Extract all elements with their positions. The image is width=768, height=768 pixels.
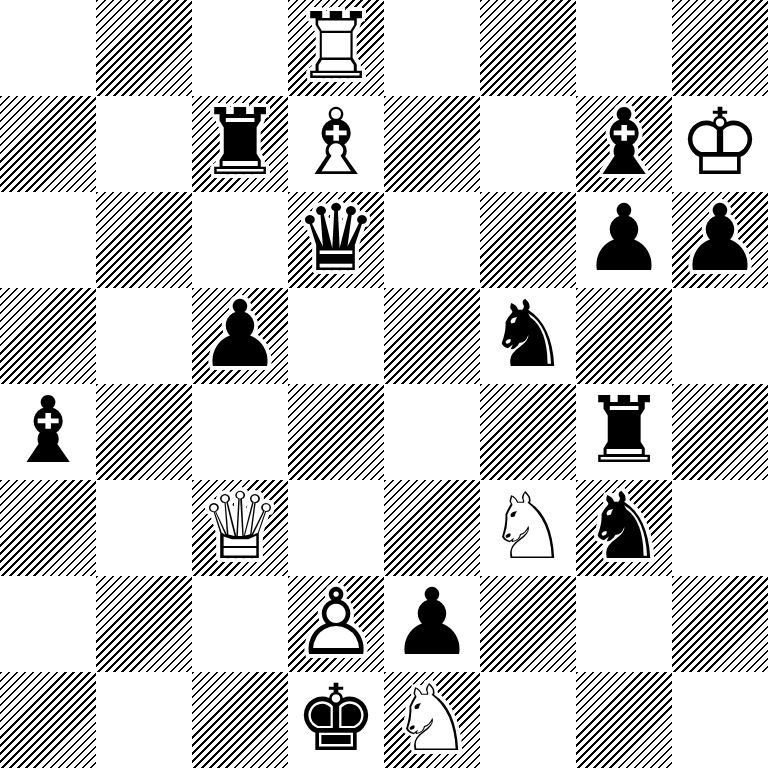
square-a4[interactable]: ♝ (0, 384, 96, 480)
square-e1[interactable]: ♞♘ (384, 672, 480, 768)
square-f4[interactable] (480, 384, 576, 480)
square-b5[interactable] (96, 288, 192, 384)
white-queen-piece[interactable]: ♛♕ (192, 480, 288, 576)
square-d8[interactable]: ♜♖ (288, 0, 384, 96)
chess-board: ♜♖♜♝♗♝♚♔♛♟♟♟♞♝♜♛♕♞♘♞♟♙♟♚♞♘ (0, 0, 768, 768)
square-f8[interactable] (480, 0, 576, 96)
square-h1[interactable] (672, 672, 768, 768)
square-a2[interactable] (0, 576, 96, 672)
black-pawn-piece[interactable]: ♟ (576, 192, 672, 288)
square-c1[interactable] (192, 672, 288, 768)
black-pawn-piece[interactable]: ♟ (192, 288, 288, 384)
piece-outline-glyph: ♙ (288, 576, 384, 672)
square-c3[interactable]: ♛♕ (192, 480, 288, 576)
white-bishop-piece[interactable]: ♝♗ (288, 96, 384, 192)
black-pawn-piece[interactable]: ♟ (672, 192, 768, 288)
white-king-piece[interactable]: ♚♔ (672, 96, 768, 192)
piece-filled-glyph: ♛ (288, 192, 384, 288)
square-g5[interactable] (576, 288, 672, 384)
square-c4[interactable] (192, 384, 288, 480)
square-e8[interactable] (384, 0, 480, 96)
square-f7[interactable] (480, 96, 576, 192)
square-a8[interactable] (0, 0, 96, 96)
square-h8[interactable] (672, 0, 768, 96)
square-c6[interactable] (192, 192, 288, 288)
square-b8[interactable] (96, 0, 192, 96)
square-h7[interactable]: ♚♔ (672, 96, 768, 192)
square-e5[interactable] (384, 288, 480, 384)
square-d7[interactable]: ♝♗ (288, 96, 384, 192)
square-a7[interactable] (0, 96, 96, 192)
square-d4[interactable] (288, 384, 384, 480)
white-knight-piece[interactable]: ♞♘ (384, 672, 480, 768)
square-b6[interactable] (96, 192, 192, 288)
piece-filled-glyph: ♝ (0, 384, 96, 480)
square-f2[interactable] (480, 576, 576, 672)
square-c8[interactable] (192, 0, 288, 96)
square-g4[interactable]: ♜ (576, 384, 672, 480)
piece-outline-glyph: ♕ (192, 480, 288, 576)
black-king-piece[interactable]: ♚ (288, 672, 384, 768)
square-e6[interactable] (384, 192, 480, 288)
square-g3[interactable]: ♞ (576, 480, 672, 576)
black-knight-piece[interactable]: ♞ (480, 288, 576, 384)
black-pawn-piece[interactable]: ♟ (384, 576, 480, 672)
square-h6[interactable]: ♟ (672, 192, 768, 288)
piece-outline-glyph: ♘ (384, 672, 480, 768)
square-b3[interactable] (96, 480, 192, 576)
square-h4[interactable] (672, 384, 768, 480)
piece-filled-glyph: ♟ (384, 576, 480, 672)
square-b1[interactable] (96, 672, 192, 768)
square-h3[interactable] (672, 480, 768, 576)
square-e7[interactable] (384, 96, 480, 192)
square-c5[interactable]: ♟ (192, 288, 288, 384)
white-pawn-piece[interactable]: ♟♙ (288, 576, 384, 672)
piece-filled-glyph: ♟ (672, 192, 768, 288)
square-d1[interactable]: ♚ (288, 672, 384, 768)
piece-filled-glyph: ♟ (192, 288, 288, 384)
piece-filled-glyph: ♟ (576, 192, 672, 288)
black-queen-piece[interactable]: ♛ (288, 192, 384, 288)
square-b7[interactable] (96, 96, 192, 192)
white-rook-piece[interactable]: ♜♖ (288, 0, 384, 96)
square-g7[interactable]: ♝ (576, 96, 672, 192)
square-f1[interactable] (480, 672, 576, 768)
white-knight-piece[interactable]: ♞♘ (480, 480, 576, 576)
piece-filled-glyph: ♜ (192, 96, 288, 192)
piece-outline-glyph: ♗ (288, 96, 384, 192)
square-e4[interactable] (384, 384, 480, 480)
black-bishop-piece[interactable]: ♝ (0, 384, 96, 480)
black-bishop-piece[interactable]: ♝ (576, 96, 672, 192)
square-h5[interactable] (672, 288, 768, 384)
square-c2[interactable] (192, 576, 288, 672)
square-f6[interactable] (480, 192, 576, 288)
square-a6[interactable] (0, 192, 96, 288)
piece-outline-glyph: ♔ (672, 96, 768, 192)
square-f5[interactable]: ♞ (480, 288, 576, 384)
square-a3[interactable] (0, 480, 96, 576)
square-e2[interactable]: ♟ (384, 576, 480, 672)
square-d6[interactable]: ♛ (288, 192, 384, 288)
square-b4[interactable] (96, 384, 192, 480)
square-g6[interactable]: ♟ (576, 192, 672, 288)
square-e3[interactable] (384, 480, 480, 576)
square-b2[interactable] (96, 576, 192, 672)
piece-filled-glyph: ♞ (480, 288, 576, 384)
square-d3[interactable] (288, 480, 384, 576)
square-a1[interactable] (0, 672, 96, 768)
square-d5[interactable] (288, 288, 384, 384)
black-knight-piece[interactable]: ♞ (576, 480, 672, 576)
black-rook-piece[interactable]: ♜ (192, 96, 288, 192)
square-h2[interactable] (672, 576, 768, 672)
black-rook-piece[interactable]: ♜ (576, 384, 672, 480)
square-d2[interactable]: ♟♙ (288, 576, 384, 672)
piece-outline-glyph: ♖ (288, 0, 384, 96)
square-c7[interactable]: ♜ (192, 96, 288, 192)
square-g1[interactable] (576, 672, 672, 768)
piece-filled-glyph: ♞ (576, 480, 672, 576)
piece-filled-glyph: ♜ (576, 384, 672, 480)
square-f3[interactable]: ♞♘ (480, 480, 576, 576)
square-g8[interactable] (576, 0, 672, 96)
piece-filled-glyph: ♚ (288, 672, 384, 768)
piece-outline-glyph: ♘ (480, 480, 576, 576)
square-g2[interactable] (576, 576, 672, 672)
square-a5[interactable] (0, 288, 96, 384)
piece-filled-glyph: ♝ (576, 96, 672, 192)
